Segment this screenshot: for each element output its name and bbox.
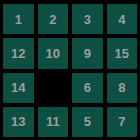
puzzle-board: 1 2 3 4 12 10 9 15 14 6 8 13 11 5 7 [0,0,140,140]
tile[interactable]: 15 [107,38,138,68]
tile[interactable]: 3 [72,4,103,34]
tile[interactable]: 12 [3,38,34,68]
tile[interactable]: 11 [38,107,69,137]
tile[interactable]: 5 [72,107,103,137]
tile[interactable]: 4 [107,4,138,34]
tile[interactable]: 8 [107,73,138,103]
empty-cell [38,73,69,103]
tile[interactable]: 9 [72,38,103,68]
tile[interactable]: 13 [3,107,34,137]
tile[interactable]: 6 [72,73,103,103]
tile[interactable]: 2 [38,4,69,34]
tile[interactable]: 14 [3,73,34,103]
tile[interactable]: 1 [3,4,34,34]
tile[interactable]: 10 [38,38,69,68]
tile[interactable]: 7 [107,107,138,137]
